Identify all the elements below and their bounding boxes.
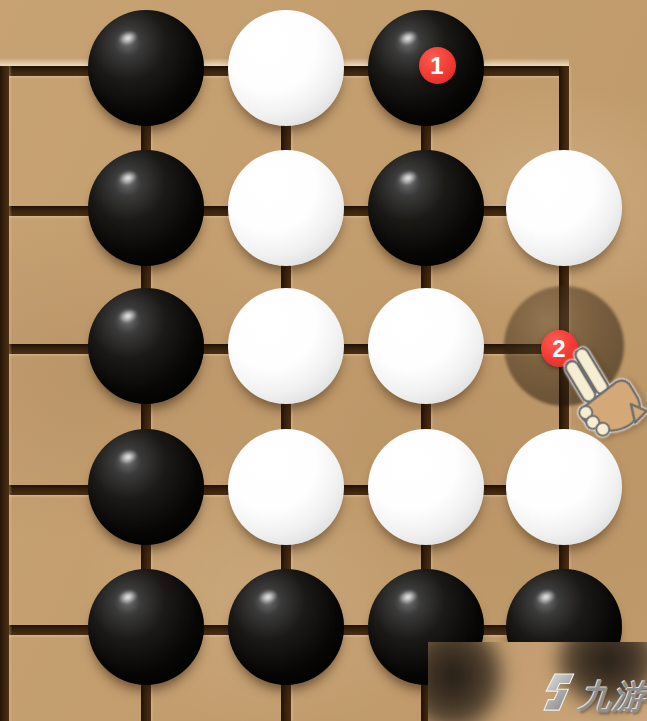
black-stone: [88, 10, 204, 126]
white-stone: [228, 10, 344, 126]
white-stone: [368, 288, 484, 404]
white-stone: [228, 150, 344, 266]
blurred-stone-blob: [428, 642, 504, 721]
white-stone: [228, 288, 344, 404]
black-stone: [368, 150, 484, 266]
screenshot-root: 12: [0, 0, 647, 721]
watermark-panel: 九游: [428, 642, 647, 721]
go-board[interactable]: 12: [0, 0, 647, 721]
black-stone: [88, 288, 204, 404]
white-stone: [368, 429, 484, 545]
black-stone: [228, 569, 344, 685]
black-stone: [88, 150, 204, 266]
watermark-text: 九游: [578, 680, 647, 715]
black-stone: [88, 429, 204, 545]
black-stone: [88, 569, 204, 685]
jiuyou-logo: 九游: [539, 671, 647, 715]
jiuyou-g-icon: [539, 671, 577, 715]
grid-line-v: [0, 66, 9, 721]
white-stone: [506, 150, 622, 266]
white-stone: [228, 429, 344, 545]
move-number-badge: 1: [419, 47, 456, 84]
